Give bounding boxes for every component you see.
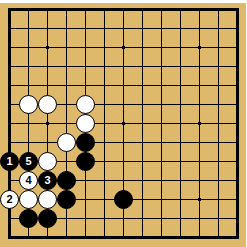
go-diagram-page: 12345 xyxy=(0,0,247,247)
grid-line-vertical xyxy=(180,8,181,239)
star-point xyxy=(198,198,201,201)
black-stone[interactable] xyxy=(76,133,96,153)
white-stone[interactable] xyxy=(57,133,77,153)
black-stone[interactable] xyxy=(38,209,58,229)
white-stone[interactable] xyxy=(38,152,58,172)
black-stone[interactable] xyxy=(76,152,96,172)
white-stone[interactable] xyxy=(76,114,96,134)
grid-line-vertical xyxy=(161,8,162,239)
black-stone[interactable]: 3 xyxy=(38,171,58,191)
move-number-label: 3 xyxy=(44,175,50,186)
black-stone[interactable] xyxy=(57,171,77,191)
black-stone[interactable] xyxy=(114,190,134,210)
black-stone[interactable] xyxy=(57,190,77,210)
move-number-label: 2 xyxy=(6,194,12,205)
star-point xyxy=(46,122,49,125)
star-point xyxy=(198,122,201,125)
white-stone[interactable] xyxy=(19,95,39,115)
grid-line-horizontal xyxy=(8,236,239,239)
move-number-label: 4 xyxy=(25,175,31,186)
grid-line-vertical xyxy=(236,8,239,239)
move-number-label: 1 xyxy=(6,156,12,167)
move-number-label: 5 xyxy=(25,156,31,167)
star-point xyxy=(46,46,49,49)
star-point xyxy=(122,122,125,125)
grid-line-vertical xyxy=(142,8,143,239)
grid-line-horizontal xyxy=(8,142,239,143)
black-stone[interactable]: 5 xyxy=(19,152,39,172)
white-stone[interactable] xyxy=(38,95,58,115)
white-stone[interactable] xyxy=(38,190,58,210)
black-stone[interactable]: 1 xyxy=(0,152,19,172)
grid-line-vertical xyxy=(218,8,219,239)
white-stone[interactable] xyxy=(19,190,39,210)
go-board[interactable]: 12345 xyxy=(0,0,247,247)
star-point xyxy=(198,46,201,49)
black-stone[interactable] xyxy=(19,209,39,229)
star-point xyxy=(122,46,125,49)
white-stone[interactable]: 2 xyxy=(0,190,19,210)
white-stone[interactable] xyxy=(76,95,96,115)
white-stone[interactable]: 4 xyxy=(19,171,39,191)
